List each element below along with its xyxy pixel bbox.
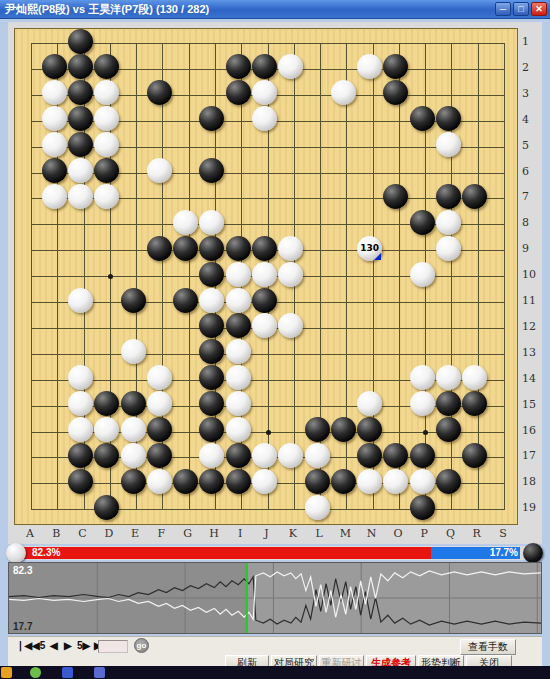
stone-white-I11: [226, 288, 251, 313]
stone-black-G18: [173, 469, 198, 494]
stone-black-Q16: [436, 417, 461, 442]
row-label-18: 18: [522, 475, 544, 488]
stone-white-B7: [42, 184, 67, 209]
stone-black-D15: [94, 391, 119, 416]
stone-white-J18: [252, 469, 277, 494]
stone-black-M16: [331, 417, 356, 442]
stone-white-D4: [94, 106, 119, 131]
stone-black-H12: [199, 313, 224, 338]
stone-black-H6: [199, 158, 224, 183]
column-label-O: O: [388, 527, 408, 540]
grid-line-vertical: [399, 43, 400, 510]
maximize-button[interactable]: □: [513, 2, 529, 16]
stone-black-J9: [252, 236, 277, 261]
column-label-I: I: [230, 527, 250, 540]
star-point: [108, 274, 113, 279]
stone-black-H14: [199, 365, 224, 390]
column-label-L: L: [309, 527, 329, 540]
stone-white-I13: [226, 339, 251, 364]
back-5-button[interactable]: ◀5: [32, 640, 45, 651]
stone-black-C17: [68, 443, 93, 468]
stone-white-I10: [226, 262, 251, 287]
stone-black-L16: [305, 417, 330, 442]
stone-black-H4: [199, 106, 224, 131]
stone-black-O17: [383, 443, 408, 468]
stone-black-H15: [199, 391, 224, 416]
stone-black-D17: [94, 443, 119, 468]
stone-white-J3: [252, 80, 277, 105]
grid-line-vertical: [478, 43, 479, 510]
stone-black-F16: [147, 417, 172, 442]
row-label-19: 19: [522, 501, 544, 514]
row-label-14: 14: [522, 372, 544, 385]
stone-white-N18: [357, 469, 382, 494]
last-move-marker-icon: [374, 253, 381, 260]
stone-black-C1: [68, 29, 93, 54]
row-label-7: 7: [522, 190, 544, 203]
stone-black-D2: [94, 54, 119, 79]
stone-white-M3: [331, 80, 356, 105]
column-label-K: K: [283, 527, 303, 540]
row-label-8: 8: [522, 216, 544, 229]
stone-black-C18: [68, 469, 93, 494]
stone-black-E15: [121, 391, 146, 416]
stone-black-H16: [199, 417, 224, 442]
stone-black-O3: [383, 80, 408, 105]
move-number-input[interactable]: [98, 640, 128, 653]
stone-black-I12: [226, 313, 251, 338]
stone-black-H18: [199, 469, 224, 494]
star-point: [423, 430, 428, 435]
stone-black-H9: [199, 236, 224, 261]
stone-white-F15: [147, 391, 172, 416]
row-label-11: 11: [522, 294, 544, 307]
stone-white-J17: [252, 443, 277, 468]
stone-white-C15: [68, 391, 93, 416]
stone-black-E11: [121, 288, 146, 313]
column-label-G: G: [178, 527, 198, 540]
stone-black-Q4: [436, 106, 461, 131]
stone-black-Q15: [436, 391, 461, 416]
stone-white-Q9: [436, 236, 461, 261]
stone-black-C5: [68, 132, 93, 157]
window-title: 尹灿熙(P8段) vs 王昊洋(P7段) (130 / 282): [5, 3, 209, 15]
stone-black-I9: [226, 236, 251, 261]
stone-white-H8: [199, 210, 224, 235]
stone-white-K12: [278, 313, 303, 338]
column-label-A: A: [20, 527, 40, 540]
row-label-16: 16: [522, 424, 544, 437]
green-app-icon[interactable]: [30, 667, 41, 678]
stone-white-K10: [278, 262, 303, 287]
stone-white-J10: [252, 262, 277, 287]
stone-white-C6: [68, 158, 93, 183]
stone-black-G9: [173, 236, 198, 261]
row-label-4: 4: [522, 113, 544, 126]
column-label-D: D: [99, 527, 119, 540]
stone-black-O7: [383, 184, 408, 209]
stone-white-C14: [68, 365, 93, 390]
stone-black-J11: [252, 288, 277, 313]
stone-white-L19: [305, 495, 330, 520]
folder-icon[interactable]: [1, 667, 12, 678]
stone-white-D7: [94, 184, 119, 209]
stone-black-H10: [199, 262, 224, 287]
stone-white-J4: [252, 106, 277, 131]
column-label-J: J: [257, 527, 277, 540]
board-panel: 130 ABCDEFGHIJKLMNOPQRS 1234567891011121…: [8, 22, 542, 544]
stone-black-J2: [252, 54, 277, 79]
stone-black-R17: [462, 443, 487, 468]
column-label-M: M: [335, 527, 355, 540]
stone-white-K17: [278, 443, 303, 468]
row-label-10: 10: [522, 268, 544, 281]
black-stone-icon: [523, 543, 543, 563]
stone-black-B2: [42, 54, 67, 79]
stone-black-F3: [147, 80, 172, 105]
view-move-numbers-button[interactable]: 查看手数: [460, 639, 516, 655]
column-label-C: C: [73, 527, 93, 540]
stone-white-H11: [199, 288, 224, 313]
stone-white-D16: [94, 417, 119, 442]
grid-line-vertical: [504, 43, 505, 510]
stone-white-C16: [68, 417, 93, 442]
stone-black-C4: [68, 106, 93, 131]
stone-white-P14: [410, 365, 435, 390]
stone-black-Q7: [436, 184, 461, 209]
purple-app-icon[interactable]: [94, 667, 105, 678]
stone-white-F14: [147, 365, 172, 390]
stone-black-P17: [410, 443, 435, 468]
stone-white-N15: [357, 391, 382, 416]
column-label-Q: Q: [440, 527, 460, 540]
stone-black-D6: [94, 158, 119, 183]
winrate-curves: [9, 563, 541, 633]
stone-black-I2: [226, 54, 251, 79]
first-move-button[interactable]: ❘◀: [16, 640, 32, 651]
graph-top-label: 82.3: [13, 565, 32, 576]
close-button[interactable]: ✕: [531, 2, 547, 16]
stone-black-M18: [331, 469, 356, 494]
star-point: [266, 430, 271, 435]
stone-black-N16: [357, 417, 382, 442]
app-window: 尹灿熙(P8段) vs 王昊洋(P7段) (130 / 282) ─ □ ✕ 1…: [0, 0, 550, 679]
stone-black-R15: [462, 391, 487, 416]
winrate-bar: 82.3% 17.7%: [8, 546, 542, 560]
window-controls: ─ □ ✕: [495, 2, 547, 16]
stone-black-B6: [42, 158, 67, 183]
stone-white-P18: [410, 469, 435, 494]
row-label-13: 13: [522, 346, 544, 359]
stone-white-I15: [226, 391, 251, 416]
stone-white-F6: [147, 158, 172, 183]
column-label-H: H: [204, 527, 224, 540]
black-winrate-text: 17.7%: [490, 547, 518, 559]
stone-black-C3: [68, 80, 93, 105]
column-label-B: B: [46, 527, 66, 540]
stone-black-P8: [410, 210, 435, 235]
stone-white-Q14: [436, 365, 461, 390]
back-button[interactable]: ◀: [50, 640, 58, 651]
navigation-bar: ❘◀ ◀5 ◀ ▶ 5▶ ▶❘ go 查看手数: [8, 636, 542, 655]
stone-black-I17: [226, 443, 251, 468]
white-winrate-text: 82.3%: [32, 547, 60, 559]
stone-white-N9: 130: [357, 236, 382, 261]
row-label-9: 9: [522, 242, 544, 255]
stone-white-H17: [199, 443, 224, 468]
stone-black-I3: [226, 80, 251, 105]
stone-black-O2: [383, 54, 408, 79]
row-label-5: 5: [522, 139, 544, 152]
row-label-3: 3: [522, 87, 544, 100]
stone-white-I14: [226, 365, 251, 390]
grid-line-horizontal: [31, 354, 505, 355]
row-label-6: 6: [522, 165, 544, 178]
stone-black-G11: [173, 288, 198, 313]
forward-5-button[interactable]: 5▶: [77, 640, 90, 651]
row-label-2: 2: [522, 61, 544, 74]
row-label-1: 1: [522, 35, 544, 48]
stone-white-P10: [410, 262, 435, 287]
stone-black-I18: [226, 469, 251, 494]
stone-white-D3: [94, 80, 119, 105]
stone-white-P15: [410, 391, 435, 416]
blue-app-icon[interactable]: [62, 667, 73, 678]
stone-white-O18: [383, 469, 408, 494]
white-winrate-segment: [19, 547, 431, 559]
stone-white-J12: [252, 313, 277, 338]
stone-white-B5: [42, 132, 67, 157]
row-label-12: 12: [522, 320, 544, 333]
forward-button[interactable]: ▶: [64, 640, 72, 651]
stone-white-B3: [42, 80, 67, 105]
column-label-N: N: [362, 527, 382, 540]
stone-black-H13: [199, 339, 224, 364]
column-label-F: F: [151, 527, 171, 540]
title-bar[interactable]: 尹灿熙(P8段) vs 王昊洋(P7段) (130 / 282) ─ □ ✕: [0, 0, 550, 19]
stone-white-C7: [68, 184, 93, 209]
row-label-15: 15: [522, 398, 544, 411]
stone-black-R7: [462, 184, 487, 209]
stone-black-C2: [68, 54, 93, 79]
go-button[interactable]: go: [134, 638, 149, 653]
stone-black-P19: [410, 495, 435, 520]
white-stone-icon: [6, 543, 26, 563]
stone-white-R14: [462, 365, 487, 390]
column-label-R: R: [467, 527, 487, 540]
stone-white-Q5: [436, 132, 461, 157]
column-label-P: P: [414, 527, 434, 540]
stone-white-N2: [357, 54, 382, 79]
minimize-button[interactable]: ─: [495, 2, 511, 16]
stone-white-D5: [94, 132, 119, 157]
stone-black-D19: [94, 495, 119, 520]
stone-white-C11: [68, 288, 93, 313]
stone-white-E17: [121, 443, 146, 468]
row-label-17: 17: [522, 449, 544, 462]
stone-white-I16: [226, 417, 251, 442]
stone-black-P4: [410, 106, 435, 131]
os-taskbar[interactable]: [0, 666, 550, 679]
column-label-E: E: [125, 527, 145, 540]
stone-black-E18: [121, 469, 146, 494]
stone-white-E13: [121, 339, 146, 364]
stone-white-Q8: [436, 210, 461, 235]
stone-white-K2: [278, 54, 303, 79]
stone-white-F18: [147, 469, 172, 494]
stone-black-N17: [357, 443, 382, 468]
stone-white-K9: [278, 236, 303, 261]
stone-white-E16: [121, 417, 146, 442]
stone-white-L17: [305, 443, 330, 468]
go-board[interactable]: 130: [14, 28, 518, 525]
stone-black-F17: [147, 443, 172, 468]
winrate-graph[interactable]: 82.3 17.7: [8, 562, 542, 634]
stone-white-B4: [42, 106, 67, 131]
stone-black-Q18: [436, 469, 461, 494]
column-label-S: S: [493, 527, 513, 540]
stone-white-G8: [173, 210, 198, 235]
stone-black-L18: [305, 469, 330, 494]
stone-black-F9: [147, 236, 172, 261]
graph-bottom-label: 17.7: [13, 621, 32, 632]
